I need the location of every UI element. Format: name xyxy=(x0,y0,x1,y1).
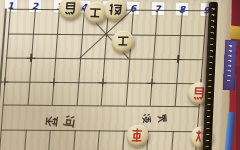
gold-object xyxy=(229,25,240,39)
piece-character-車 xyxy=(128,127,146,144)
river-char xyxy=(59,114,80,128)
river-text-left xyxy=(44,112,76,131)
star-point xyxy=(98,79,107,87)
xiangqi-board: 123456789 xyxy=(0,0,232,150)
piece-character-馬 xyxy=(61,0,79,17)
piece-character-將 xyxy=(106,1,124,18)
star-point xyxy=(27,54,36,62)
photo-frame: 123456789 xyxy=(0,0,240,150)
river-text-right xyxy=(142,109,168,128)
piece-character-士 xyxy=(113,33,131,50)
star-point xyxy=(0,78,9,86)
star-point xyxy=(174,55,183,63)
star-point xyxy=(147,79,156,87)
star-point xyxy=(49,78,58,86)
purple-box-text xyxy=(227,45,232,85)
board-grid-layer xyxy=(0,0,230,150)
piece-character-士 xyxy=(86,4,104,21)
dark-red-stick xyxy=(236,66,240,150)
